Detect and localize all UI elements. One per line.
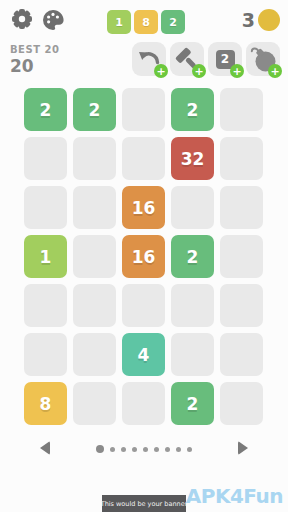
tile-16[interactable]: 16 bbox=[122, 186, 165, 229]
tile-2[interactable]: 2 bbox=[171, 88, 214, 131]
pager-dot[interactable] bbox=[176, 447, 181, 452]
empty-cell[interactable] bbox=[220, 235, 263, 278]
empty-cell[interactable] bbox=[73, 382, 116, 425]
empty-cell[interactable] bbox=[220, 382, 263, 425]
pager-dot[interactable] bbox=[132, 447, 137, 452]
undo-button[interactable]: + bbox=[132, 42, 166, 76]
number-tile-button[interactable]: 2 + bbox=[208, 42, 242, 76]
watermark: APK4Fun bbox=[186, 484, 283, 508]
empty-cell[interactable] bbox=[24, 137, 67, 180]
pager-dot[interactable] bbox=[121, 447, 126, 452]
tile-2[interactable]: 2 bbox=[171, 382, 214, 425]
empty-cell[interactable] bbox=[24, 333, 67, 376]
tile-2[interactable]: 2 bbox=[24, 88, 67, 131]
empty-cell[interactable] bbox=[73, 284, 116, 327]
current-score: 20 bbox=[10, 56, 59, 76]
empty-cell[interactable] bbox=[220, 88, 263, 131]
empty-cell[interactable] bbox=[122, 88, 165, 131]
palette-icon bbox=[41, 8, 65, 32]
gear-icon bbox=[10, 7, 34, 31]
tile-32[interactable]: 32 bbox=[171, 137, 214, 180]
tile-4[interactable]: 4 bbox=[122, 333, 165, 376]
pager-dot[interactable] bbox=[154, 447, 159, 452]
hammer-button[interactable]: + bbox=[170, 42, 204, 76]
bomb-button[interactable]: + bbox=[246, 42, 280, 76]
tile-2[interactable]: 2 bbox=[73, 88, 116, 131]
pager-dot[interactable] bbox=[165, 447, 170, 452]
empty-cell[interactable] bbox=[122, 284, 165, 327]
game-board: 22232161162482 bbox=[24, 88, 263, 425]
empty-cell[interactable] bbox=[24, 284, 67, 327]
empty-cell[interactable] bbox=[122, 382, 165, 425]
tile-2[interactable]: 2 bbox=[171, 235, 214, 278]
empty-cell[interactable] bbox=[171, 186, 214, 229]
hammer-plus-badge[interactable]: + bbox=[192, 64, 206, 78]
settings-button[interactable] bbox=[10, 7, 34, 31]
empty-cell[interactable] bbox=[220, 137, 263, 180]
next-board-arrow[interactable] bbox=[238, 441, 248, 455]
empty-cell[interactable] bbox=[171, 284, 214, 327]
tile-16[interactable]: 16 bbox=[122, 235, 165, 278]
empty-cell[interactable] bbox=[73, 235, 116, 278]
empty-cell[interactable] bbox=[73, 186, 116, 229]
empty-cell[interactable] bbox=[122, 137, 165, 180]
best-score-label: BEST 20 bbox=[10, 44, 59, 55]
next-tiles-queue: 182 bbox=[107, 10, 185, 34]
empty-cell[interactable] bbox=[220, 284, 263, 327]
tile-1[interactable]: 1 bbox=[24, 235, 67, 278]
pager-dot[interactable] bbox=[187, 447, 192, 452]
coin-count: 3 bbox=[242, 9, 255, 31]
empty-cell[interactable] bbox=[73, 137, 116, 180]
coin-icon bbox=[258, 9, 280, 31]
pager-dot[interactable] bbox=[96, 445, 104, 453]
number-tile-plus-badge[interactable]: + bbox=[230, 64, 244, 78]
coin-counter[interactable]: 3 bbox=[242, 9, 280, 31]
powerup-toolbar: + + 2 + + bbox=[132, 42, 280, 76]
score-block: BEST 20 20 bbox=[10, 44, 59, 76]
undo-plus-badge[interactable]: + bbox=[154, 64, 168, 78]
tile-8[interactable]: 8 bbox=[24, 382, 67, 425]
empty-cell[interactable] bbox=[220, 186, 263, 229]
queue-tile-1: 1 bbox=[107, 10, 131, 34]
bomb-plus-badge[interactable]: + bbox=[268, 64, 282, 78]
ad-banner[interactable]: This would be your banner bbox=[102, 495, 186, 512]
theme-button[interactable] bbox=[41, 8, 65, 32]
empty-cell[interactable] bbox=[220, 333, 263, 376]
pager-dot[interactable] bbox=[110, 447, 115, 452]
queue-tile-2: 2 bbox=[161, 10, 185, 34]
empty-cell[interactable] bbox=[73, 333, 116, 376]
pager-dot[interactable] bbox=[143, 447, 148, 452]
queue-tile-8: 8 bbox=[134, 10, 158, 34]
ad-banner-text: This would be your banner bbox=[101, 500, 188, 508]
empty-cell[interactable] bbox=[171, 333, 214, 376]
empty-cell[interactable] bbox=[24, 186, 67, 229]
